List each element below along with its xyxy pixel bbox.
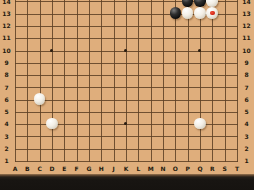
column-label-R: R: [206, 165, 218, 172]
row-label-left-10: 10: [0, 47, 13, 54]
stone-black-Q14[interactable]: [194, 0, 206, 7]
stones-grid[interactable]: [9, 0, 243, 167]
column-label-H: H: [95, 165, 107, 172]
stone-white-Q4[interactable]: [194, 118, 206, 130]
stone-white-R14[interactable]: [206, 0, 218, 7]
column-label-S: S: [219, 165, 231, 172]
row-label-right-1: 1: [240, 157, 253, 164]
row-label-left-5: 5: [0, 108, 13, 115]
column-label-G: G: [83, 165, 95, 172]
stone-white-Q13[interactable]: [194, 7, 206, 19]
row-label-left-11: 11: [0, 34, 13, 41]
row-label-right-12: 12: [240, 22, 253, 29]
column-label-T: T: [231, 165, 243, 172]
row-label-right-4: 4: [240, 120, 253, 127]
column-label-O: O: [169, 165, 181, 172]
row-label-left-4: 4: [0, 120, 13, 127]
stone-white-P13[interactable]: [182, 7, 194, 19]
stone-black-P14[interactable]: [182, 0, 194, 7]
stone-white-C6[interactable]: [34, 93, 46, 105]
toolbar: [0, 174, 254, 190]
go-app-screen: 14141313121211111010998877665544332211AB…: [0, 0, 254, 190]
column-label-E: E: [58, 165, 70, 172]
stone-black-O13[interactable]: [170, 7, 182, 19]
row-label-right-6: 6: [240, 96, 253, 103]
row-label-right-2: 2: [240, 145, 253, 152]
stone-white-D4[interactable]: [46, 118, 58, 130]
row-label-right-5: 5: [240, 108, 253, 115]
row-label-right-7: 7: [240, 84, 253, 91]
row-label-right-10: 10: [240, 47, 253, 54]
column-label-A: A: [9, 165, 21, 172]
row-label-right-11: 11: [240, 34, 253, 41]
row-label-right-3: 3: [240, 133, 253, 140]
row-label-left-2: 2: [0, 145, 13, 152]
column-label-L: L: [132, 165, 144, 172]
column-label-P: P: [182, 165, 194, 172]
column-label-D: D: [46, 165, 58, 172]
column-label-Q: Q: [194, 165, 206, 172]
stone-white-R13[interactable]: [206, 7, 218, 19]
row-label-right-9: 9: [240, 59, 253, 66]
column-label-B: B: [21, 165, 33, 172]
row-label-left-13: 13: [0, 10, 13, 17]
row-label-left-9: 9: [0, 59, 13, 66]
row-label-left-6: 6: [0, 96, 13, 103]
row-label-left-12: 12: [0, 22, 13, 29]
row-label-left-1: 1: [0, 157, 13, 164]
row-label-right-13: 13: [240, 10, 253, 17]
row-label-right-14: 14: [240, 0, 253, 5]
row-label-left-14: 14: [0, 0, 13, 5]
column-label-K: K: [120, 165, 132, 172]
column-label-N: N: [157, 165, 169, 172]
column-label-J: J: [108, 165, 120, 172]
column-label-F: F: [71, 165, 83, 172]
row-label-left-3: 3: [0, 133, 13, 140]
column-label-M: M: [145, 165, 157, 172]
row-label-left-8: 8: [0, 71, 13, 78]
row-label-left-7: 7: [0, 84, 13, 91]
last-move-marker: [210, 11, 215, 16]
row-label-right-8: 8: [240, 71, 253, 78]
column-label-C: C: [34, 165, 46, 172]
